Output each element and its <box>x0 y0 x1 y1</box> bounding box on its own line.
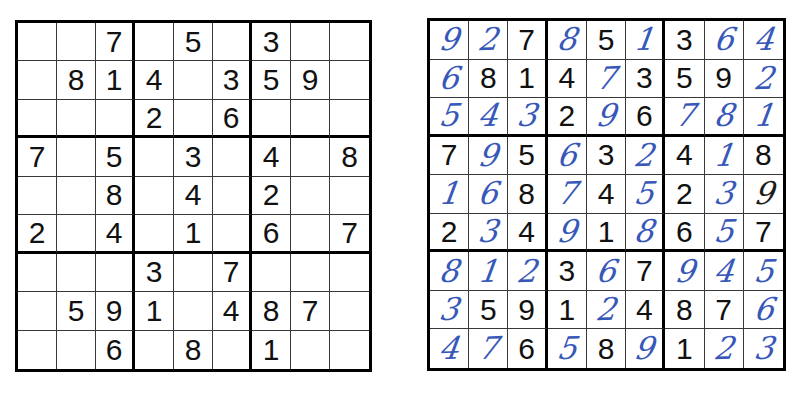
handwritten-digit: 2 <box>632 140 656 172</box>
cell-r9c7: 1 <box>252 331 291 369</box>
cell-r1c1 <box>18 23 57 61</box>
cell-r2c8: 9 <box>291 61 330 99</box>
cell-r8c7: 8 <box>665 291 704 330</box>
cell-r1c7: 3 <box>665 21 704 60</box>
printed-digit: 1 <box>598 217 615 247</box>
printed-digit: 5 <box>480 295 497 325</box>
cell-r6c5: 1 <box>587 214 626 253</box>
handwritten-digit: 7 <box>555 178 579 210</box>
cell-r3c1 <box>18 100 57 138</box>
cell-r7c6: 7 <box>626 252 665 291</box>
cell-r4c5: 3 <box>587 137 626 176</box>
cell-r9c6 <box>213 331 252 369</box>
cell-r2c2: 8 <box>469 60 508 99</box>
cell-r7c5 <box>174 254 213 292</box>
cell-r8c6: 4 <box>626 291 665 330</box>
printed-digit: 7 <box>441 140 458 170</box>
cell-r4c3: 5 <box>508 137 547 176</box>
printed-digit: 5 <box>263 65 280 95</box>
handwritten-digit: 9 <box>437 24 461 56</box>
printed-digit: 6 <box>518 334 535 364</box>
printed-digit: 7 <box>223 257 240 287</box>
handwritten-digit: 8 <box>712 100 736 132</box>
cell-r9c8: 2 <box>705 329 744 368</box>
cell-r6c1: 2 <box>18 215 57 253</box>
printed-digit: 2 <box>676 179 693 209</box>
cell-r7c4: 3 <box>548 252 587 291</box>
cell-r5c9 <box>330 177 369 215</box>
cell-r8c5: 2 <box>587 291 626 330</box>
handwritten-digit: 9 <box>476 140 500 172</box>
handwritten-digit: 4 <box>752 24 776 56</box>
cell-r3c3: 3 <box>508 98 547 137</box>
printed-digit: 2 <box>441 217 458 247</box>
cell-r3c4: 2 <box>135 100 174 138</box>
cell-r4c1: 7 <box>430 137 469 176</box>
cell-r7c6: 7 <box>213 254 252 292</box>
printed-digit: 6 <box>263 218 280 248</box>
cell-r9c2: 7 <box>469 329 508 368</box>
printed-digit: 5 <box>676 63 693 93</box>
handwritten-digit: 5 <box>437 100 461 132</box>
cell-r2c1: 6 <box>430 60 469 99</box>
cell-r4c8 <box>291 138 330 176</box>
printed-digit: 1 <box>185 218 202 248</box>
handwritten-digit: 2 <box>752 62 776 94</box>
cell-r9c1 <box>18 331 57 369</box>
cell-r1c3: 7 <box>508 21 547 60</box>
printed-digit: 4 <box>146 65 163 95</box>
cell-r6c9: 7 <box>744 214 783 253</box>
handwritten-digit: 9 <box>632 333 656 365</box>
printed-digit: 2 <box>29 218 46 248</box>
cell-r5c8: 3 <box>705 175 744 214</box>
cell-r9c9 <box>330 331 369 369</box>
handwritten-digit: 2 <box>712 333 736 365</box>
cell-r2c5 <box>174 61 213 99</box>
handwritten-digit: 1 <box>712 140 736 172</box>
cell-r7c2 <box>57 254 96 292</box>
cell-r1c9: 4 <box>744 21 783 60</box>
cell-r4c4 <box>135 138 174 176</box>
cell-r7c1: 8 <box>430 252 469 291</box>
printed-digit: 8 <box>341 142 358 172</box>
printed-digit: 8 <box>106 180 123 210</box>
cell-r3c5 <box>174 100 213 138</box>
printed-digit: 7 <box>636 256 653 286</box>
cell-r2c4: 4 <box>548 60 587 99</box>
printed-digit: 9 <box>518 295 535 325</box>
printed-digit: 7 <box>341 218 358 248</box>
cell-r5c4: 7 <box>548 175 587 214</box>
printed-digit: 5 <box>185 27 202 57</box>
printed-digit: 4 <box>636 295 653 325</box>
cell-r6c6: 8 <box>626 214 665 253</box>
cell-r7c4: 3 <box>135 254 174 292</box>
cell-r5c2: 6 <box>469 175 508 214</box>
cell-r6c9: 7 <box>330 215 369 253</box>
cell-r3c8: 8 <box>705 98 744 137</box>
cell-r2c8: 9 <box>705 60 744 99</box>
handwritten-digit: 4 <box>437 333 461 365</box>
cell-r3c3 <box>96 100 135 138</box>
handwritten-digit: 3 <box>515 100 539 132</box>
handwritten-digit: 9 <box>752 178 776 210</box>
handwritten-digit: 3 <box>476 216 500 248</box>
cell-r9c9: 3 <box>744 329 783 368</box>
printed-digit: 3 <box>263 27 280 57</box>
printed-digit: 4 <box>106 218 123 248</box>
cell-r6c5: 1 <box>174 215 213 253</box>
printed-digit: 9 <box>715 63 732 93</box>
cell-r4c7: 4 <box>665 137 704 176</box>
cell-r6c7: 6 <box>665 214 704 253</box>
printed-digit: 2 <box>146 103 163 133</box>
cell-r3c2 <box>57 100 96 138</box>
handwritten-digit: 9 <box>594 100 618 132</box>
cell-r8c4: 1 <box>135 292 174 330</box>
cell-r7c1 <box>18 254 57 292</box>
handwritten-digit: 5 <box>632 178 656 210</box>
handwritten-digit: 8 <box>437 255 461 287</box>
cell-r3c7 <box>252 100 291 138</box>
cell-r8c9 <box>330 292 369 330</box>
cell-r5c4 <box>135 177 174 215</box>
cell-r6c7: 6 <box>252 215 291 253</box>
handwritten-digit: 5 <box>752 255 776 287</box>
handwritten-digit: 6 <box>555 140 579 172</box>
printed-digit: 4 <box>518 217 535 247</box>
handwritten-digit: 9 <box>673 255 697 287</box>
cell-r4c7: 4 <box>252 138 291 176</box>
cell-r8c5 <box>174 292 213 330</box>
cell-r2c9 <box>330 61 369 99</box>
printed-digit: 5 <box>68 296 85 326</box>
cell-r1c7: 3 <box>252 23 291 61</box>
printed-digit: 5 <box>106 142 123 172</box>
handwritten-digit: 4 <box>476 100 500 132</box>
cell-r5c3: 8 <box>96 177 135 215</box>
cell-r3c6: 6 <box>213 100 252 138</box>
cell-r3c7: 7 <box>665 98 704 137</box>
cell-r1c8: 6 <box>705 21 744 60</box>
printed-digit: 4 <box>558 63 575 93</box>
printed-digit: 8 <box>598 334 615 364</box>
cell-r8c8: 7 <box>291 292 330 330</box>
handwritten-digit: 3 <box>752 333 776 365</box>
printed-digit: 1 <box>146 296 163 326</box>
cell-r6c6 <box>213 215 252 253</box>
cell-r4c2: 9 <box>469 137 508 176</box>
cell-r4c9: 8 <box>744 137 783 176</box>
printed-digit: 5 <box>598 25 615 55</box>
cell-r1c1: 9 <box>430 21 469 60</box>
printed-digit: 3 <box>223 65 240 95</box>
handwritten-digit: 1 <box>476 255 500 287</box>
cell-r8c9: 6 <box>744 291 783 330</box>
cell-r4c3: 5 <box>96 138 135 176</box>
sudoku-solution-board: 9278513646814735925432967817956324181687… <box>427 18 786 371</box>
cell-r9c8 <box>291 331 330 369</box>
cell-r4c5: 3 <box>174 138 213 176</box>
cell-r6c3: 4 <box>508 214 547 253</box>
cell-r7c5: 6 <box>587 252 626 291</box>
cell-r1c6: 1 <box>626 21 665 60</box>
cell-r9c5: 8 <box>587 329 626 368</box>
cell-r5c3: 8 <box>508 175 547 214</box>
printed-digit: 7 <box>715 295 732 325</box>
cell-r4c2 <box>57 138 96 176</box>
handwritten-digit: 2 <box>594 294 618 326</box>
printed-digit: 7 <box>29 142 46 172</box>
handwritten-digit: 3 <box>712 178 736 210</box>
cell-r3c6: 6 <box>626 98 665 137</box>
cell-r5c5: 4 <box>174 177 213 215</box>
printed-digit: 1 <box>676 334 693 364</box>
printed-digit: 6 <box>223 103 240 133</box>
cell-r3c2: 4 <box>469 98 508 137</box>
cell-r8c3: 9 <box>508 291 547 330</box>
cell-r7c9: 5 <box>744 252 783 291</box>
handwritten-digit: 6 <box>752 294 776 326</box>
cell-r8c8: 7 <box>705 291 744 330</box>
cell-r9c1: 4 <box>430 329 469 368</box>
printed-digit: 1 <box>518 63 535 93</box>
cell-r6c2: 3 <box>469 214 508 253</box>
printed-digit: 4 <box>676 140 693 170</box>
cell-r1c9 <box>330 23 369 61</box>
cell-r1c2: 2 <box>469 21 508 60</box>
cell-r2c7: 5 <box>665 60 704 99</box>
cell-r1c4: 8 <box>548 21 587 60</box>
printed-digit: 5 <box>518 140 535 170</box>
cell-r6c1: 2 <box>430 214 469 253</box>
printed-digit: 8 <box>518 179 535 209</box>
printed-digit: 8 <box>480 63 497 93</box>
handwritten-digit: 6 <box>476 178 500 210</box>
cell-r8c2: 5 <box>57 292 96 330</box>
handwritten-digit: 1 <box>437 178 461 210</box>
cell-r5c8 <box>291 177 330 215</box>
cell-r1c5: 5 <box>587 21 626 60</box>
handwritten-digit: 1 <box>752 100 776 132</box>
cell-r4c6: 2 <box>626 137 665 176</box>
cell-r2c9: 2 <box>744 60 783 99</box>
printed-digit: 7 <box>302 296 319 326</box>
cell-r5c2 <box>57 177 96 215</box>
cell-r5c7: 2 <box>665 175 704 214</box>
cell-r4c8: 1 <box>705 137 744 176</box>
cell-r5c9: 9 <box>744 175 783 214</box>
cell-r5c1: 1 <box>430 175 469 214</box>
cell-r1c5: 5 <box>174 23 213 61</box>
printed-digit: 8 <box>755 140 772 170</box>
printed-digit: 4 <box>263 142 280 172</box>
cell-r9c4: 5 <box>548 329 587 368</box>
cell-r9c3: 6 <box>96 331 135 369</box>
cell-r3c1: 5 <box>430 98 469 137</box>
printed-digit: 2 <box>558 101 575 131</box>
printed-digit: 8 <box>68 65 85 95</box>
cell-r3c9 <box>330 100 369 138</box>
cell-r4c9: 8 <box>330 138 369 176</box>
handwritten-digit: 8 <box>555 24 579 56</box>
cell-r2c6: 3 <box>626 60 665 99</box>
cell-r7c3: 2 <box>508 252 547 291</box>
cell-r6c8: 5 <box>705 214 744 253</box>
printed-digit: 1 <box>106 65 123 95</box>
cell-r9c5: 8 <box>174 331 213 369</box>
printed-digit: 4 <box>223 296 240 326</box>
printed-digit: 3 <box>676 25 693 55</box>
cell-r4c1: 7 <box>18 138 57 176</box>
cell-r7c2: 1 <box>469 252 508 291</box>
cell-r2c4: 4 <box>135 61 174 99</box>
handwritten-digit: 2 <box>476 24 500 56</box>
handwritten-digit: 5 <box>712 216 736 248</box>
cell-r8c1 <box>18 292 57 330</box>
cell-r7c7: 9 <box>665 252 704 291</box>
cell-r5c1 <box>18 177 57 215</box>
cell-r9c7: 1 <box>665 329 704 368</box>
cell-r6c2 <box>57 215 96 253</box>
cell-r6c4: 9 <box>548 214 587 253</box>
cell-r5c5: 4 <box>587 175 626 214</box>
printed-digit: 4 <box>598 179 615 209</box>
handwritten-digit: 9 <box>555 216 579 248</box>
cell-r4c4: 6 <box>548 137 587 176</box>
handwritten-digit: 5 <box>555 333 579 365</box>
cell-r9c4 <box>135 331 174 369</box>
handwritten-digit: 3 <box>437 294 461 326</box>
handwritten-digit: 7 <box>673 100 697 132</box>
printed-digit: 8 <box>185 335 202 365</box>
cell-r2c6: 3 <box>213 61 252 99</box>
cell-r2c7: 5 <box>252 61 291 99</box>
cell-r6c3: 4 <box>96 215 135 253</box>
handwritten-digit: 6 <box>437 62 461 94</box>
printed-digit: 8 <box>263 296 280 326</box>
cell-r3c4: 2 <box>548 98 587 137</box>
printed-digit: 9 <box>302 65 319 95</box>
cell-r8c4: 1 <box>548 291 587 330</box>
printed-digit: 6 <box>676 217 693 247</box>
cell-r7c8 <box>291 254 330 292</box>
cell-r3c5: 9 <box>587 98 626 137</box>
handwritten-digit: 4 <box>712 255 736 287</box>
printed-digit: 9 <box>106 296 123 326</box>
cell-r9c2 <box>57 331 96 369</box>
printed-digit: 7 <box>755 217 772 247</box>
handwritten-digit: 1 <box>632 24 656 56</box>
cell-r3c9: 1 <box>744 98 783 137</box>
cell-r1c2 <box>57 23 96 61</box>
handwritten-digit: 6 <box>712 24 736 56</box>
printed-digit: 6 <box>636 101 653 131</box>
cell-r7c9 <box>330 254 369 292</box>
cell-r8c6: 4 <box>213 292 252 330</box>
cell-r5c6: 5 <box>626 175 665 214</box>
cell-r2c3: 1 <box>96 61 135 99</box>
cell-r2c3: 1 <box>508 60 547 99</box>
cell-r5c7: 2 <box>252 177 291 215</box>
printed-digit: 1 <box>263 335 280 365</box>
handwritten-digit: 7 <box>476 333 500 365</box>
cell-r8c2: 5 <box>469 291 508 330</box>
cell-r1c3: 7 <box>96 23 135 61</box>
printed-digit: 3 <box>636 63 653 93</box>
cell-r2c2: 8 <box>57 61 96 99</box>
cell-r1c8 <box>291 23 330 61</box>
printed-digit: 7 <box>106 27 123 57</box>
cell-r7c8: 4 <box>705 252 744 291</box>
handwritten-digit: 2 <box>515 255 539 287</box>
cell-r9c3: 6 <box>508 329 547 368</box>
printed-digit: 4 <box>185 180 202 210</box>
printed-digit: 3 <box>185 142 202 172</box>
handwritten-digit: 7 <box>594 62 618 94</box>
printed-digit: 1 <box>558 295 575 325</box>
cell-r8c3: 9 <box>96 292 135 330</box>
printed-digit: 3 <box>146 257 163 287</box>
printed-digit: 3 <box>558 256 575 286</box>
cell-r8c1: 3 <box>430 291 469 330</box>
cell-r1c4 <box>135 23 174 61</box>
handwritten-digit: 6 <box>594 255 618 287</box>
cell-r5c6 <box>213 177 252 215</box>
cell-r4c6 <box>213 138 252 176</box>
handwritten-digit: 8 <box>632 216 656 248</box>
cell-r7c3 <box>96 254 135 292</box>
sudoku-puzzle-board: 75381435926753488422416737591487681 <box>15 20 372 372</box>
cell-r6c4 <box>135 215 174 253</box>
scanned-sudoku-page: 75381435926753488422416737591487681 9278… <box>0 0 800 394</box>
printed-digit: 2 <box>263 180 280 210</box>
cell-r2c5: 7 <box>587 60 626 99</box>
cell-r9c6: 9 <box>626 329 665 368</box>
cell-r7c7 <box>252 254 291 292</box>
cell-r1c6 <box>213 23 252 61</box>
cell-r2c1 <box>18 61 57 99</box>
printed-digit: 6 <box>106 335 123 365</box>
printed-digit: 8 <box>676 295 693 325</box>
printed-digit: 7 <box>518 25 535 55</box>
cell-r3c8 <box>291 100 330 138</box>
printed-digit: 3 <box>598 140 615 170</box>
cell-r8c7: 8 <box>252 292 291 330</box>
cell-r6c8 <box>291 215 330 253</box>
